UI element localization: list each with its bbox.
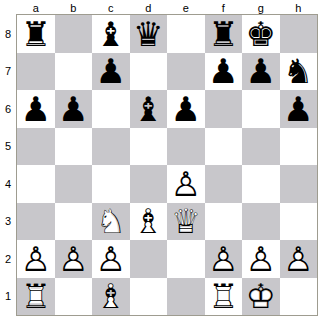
square-f2[interactable]: ♟♙ [205, 240, 243, 278]
square-e6[interactable]: ♟ [167, 90, 205, 128]
rank-label-3: 3 [0, 203, 16, 241]
square-d2[interactable] [130, 240, 168, 278]
square-e3[interactable]: ♛♕ [167, 203, 205, 241]
black-piece-glyph: ♚ [242, 15, 280, 53]
square-c6[interactable] [92, 90, 130, 128]
piece-white-pawn[interactable]: ♟♙ [280, 240, 318, 278]
square-c5[interactable] [92, 128, 130, 166]
piece-black-rook[interactable]: ♜ [205, 15, 243, 53]
piece-black-bishop[interactable]: ♝ [92, 15, 130, 53]
square-e1[interactable] [167, 278, 205, 316]
file-labels: abcdefgh [17, 0, 317, 14]
square-b2[interactable]: ♟♙ [55, 240, 93, 278]
square-g3[interactable] [242, 203, 280, 241]
square-f6[interactable] [205, 90, 243, 128]
square-a7[interactable] [17, 53, 55, 91]
black-piece-glyph: ♟ [205, 53, 243, 91]
piece-white-knight[interactable]: ♞♘ [92, 203, 130, 241]
square-d7[interactable] [130, 53, 168, 91]
square-d1[interactable] [130, 278, 168, 316]
square-e2[interactable] [167, 240, 205, 278]
square-h6[interactable]: ♟ [280, 90, 318, 128]
square-g7[interactable]: ♟ [242, 53, 280, 91]
piece-white-bishop[interactable]: ♝♗ [92, 278, 130, 316]
square-b5[interactable] [55, 128, 93, 166]
piece-white-pawn[interactable]: ♟♙ [242, 240, 280, 278]
white-piece-outline-glyph: ♙ [167, 165, 205, 203]
piece-black-pawn[interactable]: ♟ [17, 90, 55, 128]
black-piece-glyph: ♜ [205, 15, 243, 53]
black-piece-glyph: ♞ [280, 53, 318, 91]
square-b8[interactable] [55, 15, 93, 53]
square-a2[interactable]: ♟♙ [17, 240, 55, 278]
square-d4[interactable] [130, 165, 168, 203]
piece-white-bishop[interactable]: ♝♗ [130, 203, 168, 241]
square-b3[interactable] [55, 203, 93, 241]
file-label-g: g [242, 0, 280, 14]
piece-black-queen[interactable]: ♛ [130, 15, 168, 53]
square-g4[interactable] [242, 165, 280, 203]
rank-label-6: 6 [0, 90, 16, 128]
square-g2[interactable]: ♟♙ [242, 240, 280, 278]
square-c8[interactable]: ♝ [92, 15, 130, 53]
white-piece-outline-glyph: ♖ [17, 278, 55, 316]
black-piece-glyph: ♜ [17, 15, 55, 53]
piece-black-pawn[interactable]: ♟ [167, 90, 205, 128]
file-label-h: h [280, 0, 318, 14]
rank-label-2: 2 [0, 240, 16, 278]
rank-labels: 87654321 [0, 15, 16, 315]
square-d8[interactable]: ♛ [130, 15, 168, 53]
square-e7[interactable] [167, 53, 205, 91]
square-h8[interactable] [280, 15, 318, 53]
square-h2[interactable]: ♟♙ [280, 240, 318, 278]
rank-label-5: 5 [0, 128, 16, 166]
square-h5[interactable] [280, 128, 318, 166]
square-a8[interactable]: ♜ [17, 15, 55, 53]
rank-label-7: 7 [0, 53, 16, 91]
square-h4[interactable] [280, 165, 318, 203]
square-d5[interactable] [130, 128, 168, 166]
chess-board: ♜♝♛♜♚♟♟♟♞♟♟♝♟♟♟♙♞♘♝♗♛♕♟♙♟♙♟♙♟♙♟♙♟♙♜♖♝♗♜♖… [16, 14, 318, 316]
white-piece-outline-glyph: ♔ [242, 278, 280, 316]
square-g6[interactable] [242, 90, 280, 128]
square-f3[interactable] [205, 203, 243, 241]
white-piece-outline-glyph: ♙ [280, 240, 318, 278]
piece-white-pawn[interactable]: ♟♙ [92, 240, 130, 278]
piece-black-king[interactable]: ♚ [242, 15, 280, 53]
square-b6[interactable]: ♟ [55, 90, 93, 128]
square-h7[interactable]: ♞ [280, 53, 318, 91]
piece-white-rook[interactable]: ♜♖ [17, 278, 55, 316]
black-piece-glyph: ♟ [280, 90, 318, 128]
square-c3[interactable]: ♞♘ [92, 203, 130, 241]
square-c4[interactable] [92, 165, 130, 203]
square-f4[interactable] [205, 165, 243, 203]
square-a4[interactable] [17, 165, 55, 203]
white-piece-outline-glyph: ♗ [130, 203, 168, 241]
black-piece-glyph: ♟ [55, 90, 93, 128]
rank-label-8: 8 [0, 15, 16, 53]
square-f7[interactable]: ♟ [205, 53, 243, 91]
square-g5[interactable] [242, 128, 280, 166]
piece-black-knight[interactable]: ♞ [280, 53, 318, 91]
file-label-d: d [130, 0, 168, 14]
white-piece-outline-glyph: ♙ [55, 240, 93, 278]
square-f8[interactable]: ♜ [205, 15, 243, 53]
square-c1[interactable]: ♝♗ [92, 278, 130, 316]
chessboard-panel: abcdefgh 87654321 ♜♝♛♜♚♟♟♟♞♟♟♝♟♟♟♙♞♘♝♗♛♕… [0, 0, 320, 320]
square-b7[interactable] [55, 53, 93, 91]
square-c7[interactable]: ♟ [92, 53, 130, 91]
piece-white-pawn[interactable]: ♟♙ [205, 240, 243, 278]
piece-white-king[interactable]: ♚♔ [242, 278, 280, 316]
square-a1[interactable]: ♜♖ [17, 278, 55, 316]
square-a6[interactable]: ♟ [17, 90, 55, 128]
black-piece-glyph: ♟ [242, 53, 280, 91]
black-piece-glyph: ♟ [167, 90, 205, 128]
piece-black-pawn[interactable]: ♟ [55, 90, 93, 128]
square-b4[interactable] [55, 165, 93, 203]
piece-black-pawn[interactable]: ♟ [205, 53, 243, 91]
black-piece-glyph: ♟ [17, 90, 55, 128]
piece-black-rook[interactable]: ♜ [17, 15, 55, 53]
square-h1[interactable] [280, 278, 318, 316]
square-a3[interactable] [17, 203, 55, 241]
piece-black-pawn[interactable]: ♟ [280, 90, 318, 128]
white-piece-outline-glyph: ♘ [92, 203, 130, 241]
white-piece-outline-glyph: ♕ [167, 203, 205, 241]
white-piece-outline-glyph: ♖ [205, 278, 243, 316]
rank-label-4: 4 [0, 165, 16, 203]
white-piece-outline-glyph: ♗ [92, 278, 130, 316]
square-a5[interactable] [17, 128, 55, 166]
square-e8[interactable] [167, 15, 205, 53]
piece-white-pawn[interactable]: ♟♙ [55, 240, 93, 278]
black-piece-glyph: ♛ [130, 15, 168, 53]
white-piece-outline-glyph: ♙ [205, 240, 243, 278]
white-piece-outline-glyph: ♙ [17, 240, 55, 278]
square-f5[interactable] [205, 128, 243, 166]
black-piece-glyph: ♝ [92, 15, 130, 53]
rank-label-1: 1 [0, 278, 16, 316]
square-c2[interactable]: ♟♙ [92, 240, 130, 278]
file-label-a: a [17, 0, 55, 14]
piece-white-pawn[interactable]: ♟♙ [167, 165, 205, 203]
square-e5[interactable] [167, 128, 205, 166]
piece-black-bishop[interactable]: ♝ [130, 90, 168, 128]
piece-white-queen[interactable]: ♛♕ [167, 203, 205, 241]
black-piece-glyph: ♝ [130, 90, 168, 128]
piece-white-rook[interactable]: ♜♖ [205, 278, 243, 316]
file-label-f: f [205, 0, 243, 14]
file-label-c: c [92, 0, 130, 14]
piece-white-pawn[interactable]: ♟♙ [17, 240, 55, 278]
piece-black-pawn[interactable]: ♟ [242, 53, 280, 91]
square-g1[interactable]: ♚♔ [242, 278, 280, 316]
square-h3[interactable] [280, 203, 318, 241]
piece-black-pawn[interactable]: ♟ [92, 53, 130, 91]
square-f1[interactable]: ♜♖ [205, 278, 243, 316]
file-label-b: b [55, 0, 93, 14]
black-piece-glyph: ♟ [92, 53, 130, 91]
square-d6[interactable]: ♝ [130, 90, 168, 128]
square-e4[interactable]: ♟♙ [167, 165, 205, 203]
file-label-e: e [167, 0, 205, 14]
white-piece-outline-glyph: ♙ [242, 240, 280, 278]
square-g8[interactable]: ♚ [242, 15, 280, 53]
square-b1[interactable] [55, 278, 93, 316]
square-d3[interactable]: ♝♗ [130, 203, 168, 241]
white-piece-outline-glyph: ♙ [92, 240, 130, 278]
